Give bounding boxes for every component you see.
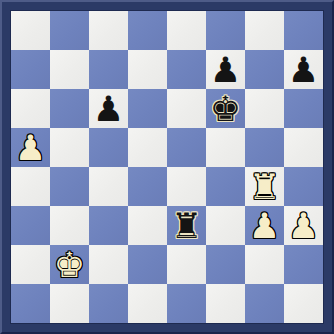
square-h1[interactable] bbox=[284, 284, 323, 323]
black-rook[interactable]: ♜ bbox=[167, 206, 206, 245]
white-rook[interactable]: ♜ bbox=[245, 167, 284, 206]
white-king[interactable]: ♚ bbox=[50, 245, 89, 284]
square-e4[interactable] bbox=[167, 167, 206, 206]
square-d1[interactable] bbox=[128, 284, 167, 323]
square-h5[interactable] bbox=[284, 128, 323, 167]
white-pawn[interactable]: ♟ bbox=[245, 206, 284, 245]
square-d4[interactable] bbox=[128, 167, 167, 206]
black-king[interactable]: ♚ bbox=[206, 89, 245, 128]
square-b4[interactable] bbox=[50, 167, 89, 206]
square-a4[interactable] bbox=[11, 167, 50, 206]
square-e1[interactable] bbox=[167, 284, 206, 323]
square-c8[interactable] bbox=[89, 11, 128, 50]
square-d5[interactable] bbox=[128, 128, 167, 167]
square-b7[interactable] bbox=[50, 50, 89, 89]
white-pawn[interactable]: ♟ bbox=[284, 206, 323, 245]
square-f7[interactable]: ♟ bbox=[206, 50, 245, 89]
square-c1[interactable] bbox=[89, 284, 128, 323]
square-a3[interactable] bbox=[11, 206, 50, 245]
square-b2[interactable]: ♚ bbox=[50, 245, 89, 284]
square-e7[interactable] bbox=[167, 50, 206, 89]
square-g6[interactable] bbox=[245, 89, 284, 128]
square-h2[interactable] bbox=[284, 245, 323, 284]
square-d2[interactable] bbox=[128, 245, 167, 284]
square-e2[interactable] bbox=[167, 245, 206, 284]
square-b8[interactable] bbox=[50, 11, 89, 50]
board-frame: ♟♟♟♚♟♜♜♟♟♚ bbox=[0, 0, 334, 334]
square-f8[interactable] bbox=[206, 11, 245, 50]
square-h8[interactable] bbox=[284, 11, 323, 50]
square-a2[interactable] bbox=[11, 245, 50, 284]
square-a8[interactable] bbox=[11, 11, 50, 50]
square-c6[interactable]: ♟ bbox=[89, 89, 128, 128]
square-a7[interactable] bbox=[11, 50, 50, 89]
square-a1[interactable] bbox=[11, 284, 50, 323]
square-d8[interactable] bbox=[128, 11, 167, 50]
square-g3[interactable]: ♟ bbox=[245, 206, 284, 245]
square-e3[interactable]: ♜ bbox=[167, 206, 206, 245]
square-a6[interactable] bbox=[11, 89, 50, 128]
square-f3[interactable] bbox=[206, 206, 245, 245]
square-e8[interactable] bbox=[167, 11, 206, 50]
square-d7[interactable] bbox=[128, 50, 167, 89]
square-a5[interactable]: ♟ bbox=[11, 128, 50, 167]
black-pawn[interactable]: ♟ bbox=[284, 50, 323, 89]
square-b1[interactable] bbox=[50, 284, 89, 323]
square-h3[interactable]: ♟ bbox=[284, 206, 323, 245]
black-pawn[interactable]: ♟ bbox=[206, 50, 245, 89]
square-h7[interactable]: ♟ bbox=[284, 50, 323, 89]
square-g5[interactable] bbox=[245, 128, 284, 167]
square-g8[interactable] bbox=[245, 11, 284, 50]
square-g1[interactable] bbox=[245, 284, 284, 323]
square-c4[interactable] bbox=[89, 167, 128, 206]
black-pawn[interactable]: ♟ bbox=[89, 89, 128, 128]
square-b5[interactable] bbox=[50, 128, 89, 167]
square-g2[interactable] bbox=[245, 245, 284, 284]
square-b3[interactable] bbox=[50, 206, 89, 245]
square-f6[interactable]: ♚ bbox=[206, 89, 245, 128]
square-d3[interactable] bbox=[128, 206, 167, 245]
square-b6[interactable] bbox=[50, 89, 89, 128]
square-h6[interactable] bbox=[284, 89, 323, 128]
square-d6[interactable] bbox=[128, 89, 167, 128]
square-c3[interactable] bbox=[89, 206, 128, 245]
white-pawn[interactable]: ♟ bbox=[11, 128, 50, 167]
square-g7[interactable] bbox=[245, 50, 284, 89]
square-c5[interactable] bbox=[89, 128, 128, 167]
square-f4[interactable] bbox=[206, 167, 245, 206]
square-f2[interactable] bbox=[206, 245, 245, 284]
square-c2[interactable] bbox=[89, 245, 128, 284]
square-e5[interactable] bbox=[167, 128, 206, 167]
square-f5[interactable] bbox=[206, 128, 245, 167]
square-f1[interactable] bbox=[206, 284, 245, 323]
square-h4[interactable] bbox=[284, 167, 323, 206]
square-g4[interactable]: ♜ bbox=[245, 167, 284, 206]
square-c7[interactable] bbox=[89, 50, 128, 89]
square-e6[interactable] bbox=[167, 89, 206, 128]
chess-board: ♟♟♟♚♟♜♜♟♟♚ bbox=[10, 10, 324, 324]
